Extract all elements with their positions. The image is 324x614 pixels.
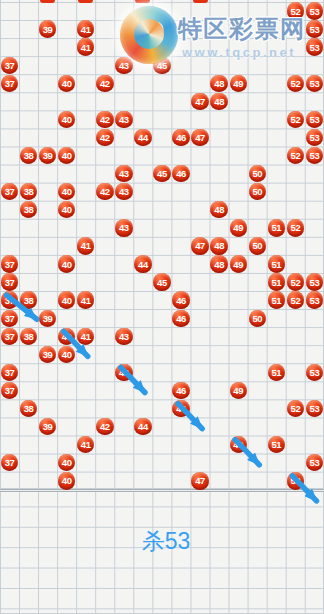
site-url-watermark: www.tqcp.net [182,45,296,60]
number-ball: 37 [1,273,18,290]
number-ball: 42 [96,418,113,435]
number-ball: 43 [115,165,132,182]
number-ball: 49 [230,382,247,399]
number-ball: 50 [249,237,266,254]
number-ball: 51 [268,364,285,381]
number-ball: 52 [287,111,304,128]
number-ball: 46 [172,291,189,308]
number-ball: 47 [191,237,208,254]
number-ball: 43 [115,183,132,200]
number-ball: 37 [1,310,18,327]
number-ball: 44 [134,255,151,272]
lottery-trend-chart: 5253394153415337434537404248495253474840… [0,0,324,614]
number-ball: 46 [172,310,189,327]
number-ball: 49 [230,255,247,272]
number-ball: 42 [96,75,113,92]
number-ball: 53 [306,291,323,308]
number-ball: 37 [1,57,18,74]
number-ball: 37 [1,328,18,345]
number-ball: 47 [191,93,208,110]
clipped-number-ball [78,0,93,3]
number-ball: 46 [172,129,189,146]
number-ball: 37 [1,291,18,308]
site-title: 特区彩票网 [178,16,318,42]
number-ball: 47 [191,472,208,489]
number-ball: 37 [1,75,18,92]
number-ball: 51 [268,273,285,290]
number-ball: 44 [134,129,151,146]
number-ball: 48 [210,255,227,272]
clipped-number-ball [135,0,150,3]
number-ball: 52 [287,219,304,236]
number-ball: 49 [230,219,247,236]
number-ball: 53 [306,75,323,92]
number-ball: 43 [115,219,132,236]
number-ball: 43 [115,57,132,74]
number-ball: 46 [172,382,189,399]
number-ball: 37 [1,255,18,272]
number-ball: 43 [115,364,132,381]
kill-prediction-label: 杀53 [118,528,214,554]
number-ball: 50 [249,310,266,327]
number-ball: 45 [153,273,170,290]
number-ball: 46 [172,165,189,182]
number-ball: 42 [96,111,113,128]
number-ball: 49 [230,75,247,92]
number-ball: 52 [287,472,304,489]
number-ball: 40 [58,255,75,272]
number-ball: 39 [39,20,56,37]
number-ball: 38 [20,291,37,308]
number-ball: 53 [306,273,323,290]
number-ball: 51 [268,255,285,272]
number-ball: 51 [268,291,285,308]
number-ball: 40 [58,472,75,489]
number-ball: 45 [153,165,170,182]
site-logo-icon [120,6,178,64]
number-ball: 48 [210,75,227,92]
number-ball: 52 [287,75,304,92]
number-ball: 48 [210,93,227,110]
number-ball: 48 [210,237,227,254]
number-ball: 52 [287,291,304,308]
number-ball: 41 [77,237,94,254]
clipped-number-ball [193,0,208,3]
number-ball: 43 [115,111,132,128]
number-ball: 44 [134,418,151,435]
number-ball: 47 [191,129,208,146]
clipped-number-ball [40,0,55,3]
number-ball: 43 [115,328,132,345]
number-ball: 42 [96,183,113,200]
number-ball: 46 [172,400,189,417]
number-ball: 52 [287,273,304,290]
number-ball: 42 [96,129,113,146]
number-ball: 51 [268,219,285,236]
